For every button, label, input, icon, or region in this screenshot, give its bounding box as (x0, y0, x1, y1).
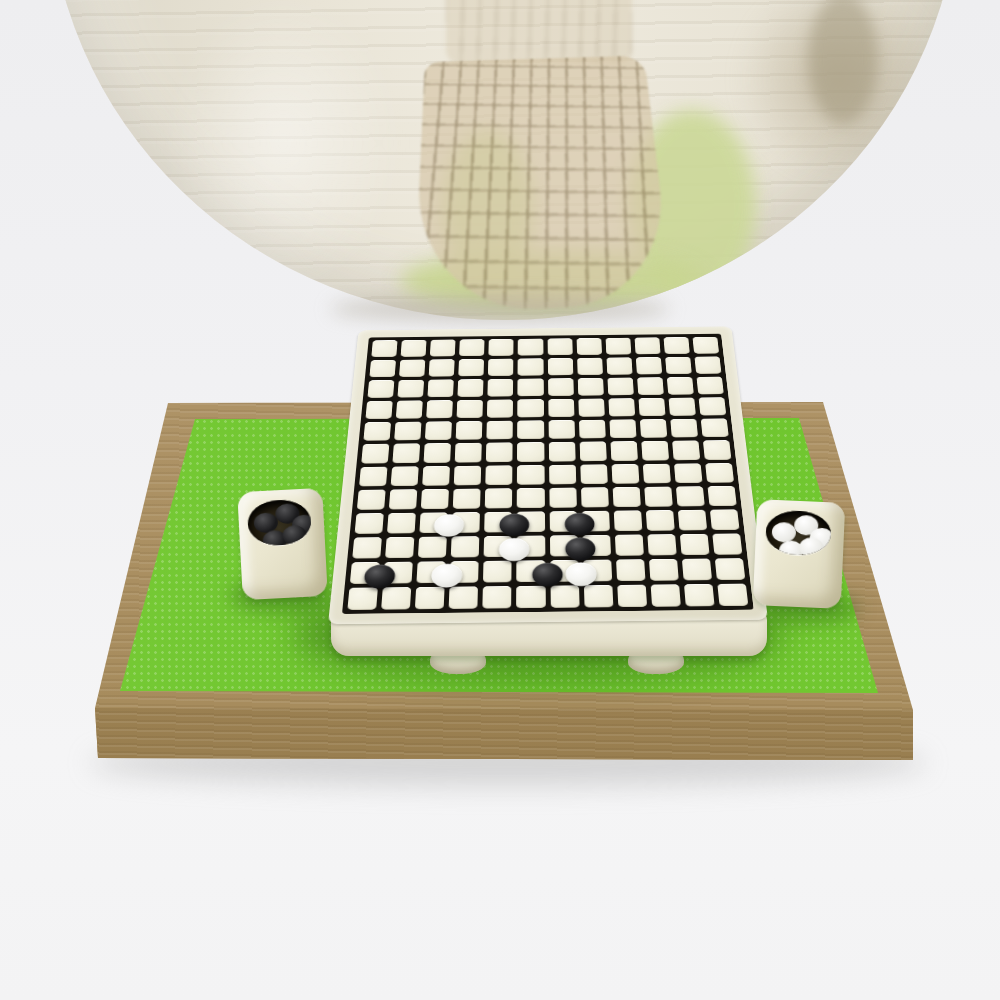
black-stone-G2 (532, 563, 563, 587)
go-board (328, 326, 768, 624)
bowl-reflection-taupe-streak (808, 0, 878, 124)
white-stone-F3 (499, 538, 529, 561)
white-cup-stone (771, 521, 796, 542)
white-cup-hole (765, 509, 832, 556)
bowl-base-shadow (330, 296, 670, 322)
black-stone-H4 (565, 513, 595, 536)
ceramic-bowl (48, 0, 960, 320)
black-stone-cup (237, 488, 328, 600)
scene (0, 0, 1000, 1000)
white-stone-cup (753, 499, 846, 609)
black-cup-stone (282, 524, 307, 545)
black-stone-F4 (499, 514, 529, 537)
white-stone-D2 (431, 564, 463, 588)
white-cup-stone (799, 537, 824, 557)
bowl-reflection-board-upper (446, 0, 632, 64)
bowl-highlight (168, 0, 398, 288)
white-stone-H2 (566, 563, 597, 587)
black-stone-H3 (565, 538, 596, 561)
star-point (641, 530, 648, 535)
star-point (633, 395, 639, 399)
star-point (543, 461, 549, 466)
black-cup-hole (247, 498, 312, 547)
black-stone-B2 (363, 565, 395, 589)
